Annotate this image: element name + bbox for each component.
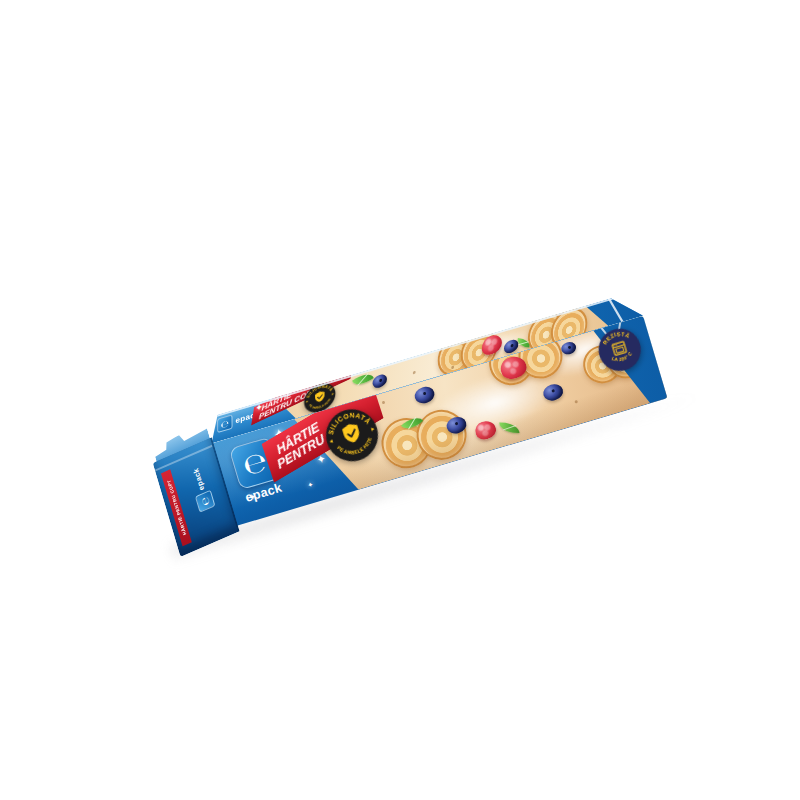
blueberry bbox=[445, 415, 469, 436]
sparkle-icon: ✦ bbox=[306, 481, 314, 490]
raspberry bbox=[498, 353, 529, 381]
brand-wordmark: epack bbox=[191, 467, 206, 492]
epack-logo: ℮ epack bbox=[186, 464, 215, 513]
end-cap-product-text: HÂRTIE PENTRU COPT bbox=[166, 479, 187, 536]
mint-leaf bbox=[499, 422, 519, 434]
blueberry bbox=[413, 385, 437, 406]
blueberry bbox=[541, 382, 565, 403]
mint-leaf bbox=[401, 413, 423, 434]
end-cap-product-band: HÂRTIE PENTRU COPT bbox=[161, 469, 192, 546]
blueberry bbox=[560, 340, 578, 356]
product-photo-scene: ℮ epack HÂRTIE PENTRU COPT SILICONATĂ PE… bbox=[0, 0, 800, 800]
raspberry bbox=[473, 419, 498, 442]
blueberry bbox=[372, 373, 386, 390]
epack-logo-icon: ℮ bbox=[217, 414, 232, 433]
epack-logo-icon: ℮ bbox=[194, 490, 215, 513]
